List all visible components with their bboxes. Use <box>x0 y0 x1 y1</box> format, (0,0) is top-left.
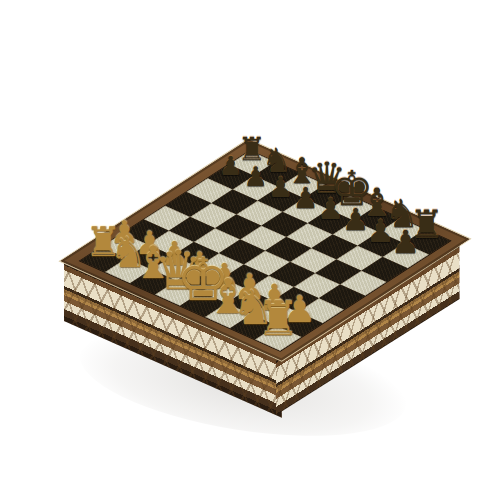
black-pawn: ♟ <box>391 226 420 258</box>
black-pawn: ♟ <box>293 184 319 213</box>
black-pawn: ♟ <box>243 163 267 190</box>
black-pawn: ♟ <box>317 195 344 225</box>
black-pawn: ♟ <box>219 153 243 179</box>
black-pawn: ♟ <box>268 174 293 202</box>
black-pawn: ♟ <box>342 205 369 235</box>
chess-set-product-photo: ♜♞♝♛♚♝♞♜♟♟♟♟♟♟♟♟♟♟♟♟♟♟♟♟♜♞♝♛♚♝♞♜ <box>0 0 500 500</box>
white-rook: ♜ <box>257 295 300 343</box>
